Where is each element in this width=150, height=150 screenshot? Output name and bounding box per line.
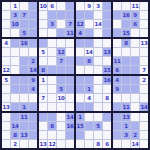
cell-r4c16[interactable] xyxy=(140,29,148,37)
cell-r11c10[interactable]: 4 xyxy=(85,94,93,102)
cell-r15c5[interactable] xyxy=(39,131,47,139)
cell-r11c12[interactable]: 8 xyxy=(103,94,111,102)
cell-r13c11[interactable] xyxy=(94,113,102,121)
cell-r13c10[interactable] xyxy=(85,113,93,121)
cell-r5c4[interactable] xyxy=(29,39,37,47)
cell-r6c2[interactable] xyxy=(11,48,19,56)
cell-r7c11[interactable] xyxy=(94,57,102,65)
cell-r4c10[interactable] xyxy=(85,29,93,37)
cell-r13c15[interactable] xyxy=(131,113,139,121)
cell-r15c13[interactable] xyxy=(113,131,121,139)
cell-r4c5[interactable] xyxy=(39,29,47,37)
cell-r14c12[interactable] xyxy=(103,122,111,130)
cell-r2c3[interactable]: 7 xyxy=(20,11,28,19)
cell-r5c7[interactable] xyxy=(57,39,65,47)
cell-r16c10[interactable] xyxy=(85,140,93,148)
cell-r1c6[interactable]: 6 xyxy=(48,2,56,10)
cell-r16c9[interactable] xyxy=(76,140,84,148)
cell-r8c15[interactable] xyxy=(131,66,139,74)
cell-r10c6[interactable] xyxy=(48,85,56,93)
cell-r10c4[interactable]: 4 xyxy=(29,85,37,93)
cell-r9c12[interactable]: 16 xyxy=(103,76,111,84)
cell-r9c6[interactable] xyxy=(48,76,56,84)
cell-r1c8[interactable] xyxy=(66,2,74,10)
cell-r14c4[interactable] xyxy=(29,122,37,130)
cell-r8c13[interactable]: 6 xyxy=(113,66,121,74)
cell-r14c3[interactable] xyxy=(20,122,28,130)
cell-r3c3[interactable] xyxy=(20,20,28,28)
box-divider-horizontal-3 xyxy=(2,111,148,113)
cell-r3c16[interactable] xyxy=(140,20,148,28)
cell-r13c16[interactable] xyxy=(140,113,148,121)
cell-r14c15[interactable] xyxy=(131,122,139,130)
cell-r3c1[interactable] xyxy=(2,20,10,28)
cell-r12c3[interactable]: 1 xyxy=(20,103,28,111)
cell-r6c6[interactable] xyxy=(48,48,56,56)
cell-r1c10[interactable]: 9 xyxy=(85,2,93,10)
cell-r4c14[interactable]: 15 xyxy=(122,29,130,37)
cell-r3c12[interactable] xyxy=(103,20,111,28)
cell-r11c14[interactable] xyxy=(122,94,130,102)
cell-r11c1[interactable] xyxy=(2,94,10,102)
cell-r13c2[interactable] xyxy=(11,113,19,121)
cell-r6c11[interactable] xyxy=(94,48,102,56)
cell-r12c15[interactable] xyxy=(131,103,139,111)
cell-r8c16[interactable]: 7 xyxy=(140,66,148,74)
cell-r3c4[interactable] xyxy=(29,20,37,28)
cell-r2c10[interactable] xyxy=(85,11,93,19)
cell-r15c7[interactable] xyxy=(57,131,65,139)
cell-r8c5[interactable]: 8 xyxy=(39,66,47,74)
cell-r13c3[interactable]: 11 xyxy=(20,113,28,121)
cell-r2c6[interactable] xyxy=(48,11,56,19)
cell-r15c6[interactable] xyxy=(48,131,56,139)
cell-r13c6[interactable] xyxy=(48,113,56,121)
cell-r14c8[interactable]: 16 xyxy=(66,122,74,130)
cell-r1c13[interactable] xyxy=(113,2,121,10)
cell-r2c15[interactable]: 9 xyxy=(131,11,139,19)
cell-r9c1[interactable]: 5 xyxy=(2,76,10,84)
cell-r6c5[interactable]: 5 xyxy=(39,48,47,56)
cell-r3c9[interactable]: 12 xyxy=(76,20,84,28)
cell-r4c3[interactable]: 5 xyxy=(20,29,28,37)
cell-r9c16[interactable]: 2 xyxy=(140,76,148,84)
cell-r10c5[interactable] xyxy=(39,85,47,93)
cell-r6c16[interactable] xyxy=(140,48,148,56)
cell-r13c7[interactable] xyxy=(57,113,65,121)
cell-r16c14[interactable] xyxy=(122,140,130,148)
cell-r15c16[interactable] xyxy=(140,131,148,139)
cell-r7c10[interactable]: 8 xyxy=(85,57,93,65)
cell-r11c9[interactable] xyxy=(76,94,84,102)
cell-r8c4[interactable]: 14 xyxy=(29,66,37,74)
cell-r12c14[interactable]: 11 xyxy=(122,103,130,111)
cell-r9c5[interactable]: 1 xyxy=(39,76,47,84)
cell-r9c2[interactable] xyxy=(11,76,19,84)
cell-r14c14[interactable]: 1 xyxy=(122,122,130,130)
cell-r11c5[interactable]: 7 xyxy=(39,94,47,102)
cell-r8c14[interactable] xyxy=(122,66,130,74)
cell-r16c15[interactable]: 14 xyxy=(131,140,139,148)
cell-r15c12[interactable] xyxy=(103,131,111,139)
cell-r13c8[interactable]: 14 xyxy=(66,113,74,121)
cell-r3c13[interactable] xyxy=(113,20,121,28)
cell-r5c10[interactable] xyxy=(85,39,93,47)
cell-r12c11[interactable] xyxy=(94,103,102,111)
cell-r7c6[interactable] xyxy=(48,57,56,65)
cell-r7c5[interactable] xyxy=(39,57,47,65)
cell-r2c4[interactable] xyxy=(29,11,37,19)
cell-r5c11[interactable] xyxy=(94,39,102,47)
cell-r1c4[interactable] xyxy=(29,2,37,10)
cell-r15c1[interactable] xyxy=(2,131,10,139)
cell-r2c16[interactable] xyxy=(140,11,148,19)
cell-r10c15[interactable] xyxy=(131,85,139,93)
cell-r8c3[interactable] xyxy=(20,66,28,74)
cell-r2c11[interactable] xyxy=(94,11,102,19)
cell-r11c4[interactable] xyxy=(29,94,37,102)
cell-r8c8[interactable] xyxy=(66,66,74,74)
cell-r9c15[interactable] xyxy=(131,76,139,84)
cell-r14c13[interactable] xyxy=(113,122,121,130)
cell-r13c4[interactable] xyxy=(29,113,37,121)
cell-r7c12[interactable] xyxy=(103,57,111,65)
cell-r6c14[interactable] xyxy=(122,48,130,56)
cell-r4c6[interactable] xyxy=(48,29,56,37)
cell-r2c9[interactable] xyxy=(76,11,84,19)
cell-r6c10[interactable]: 14 xyxy=(85,48,93,56)
cell-r11c7[interactable]: 10 xyxy=(57,94,65,102)
cell-r11c6[interactable] xyxy=(48,94,56,102)
cell-r4c8[interactable]: 11 xyxy=(66,29,74,37)
cell-r13c12[interactable] xyxy=(103,113,111,121)
cell-r1c1[interactable] xyxy=(2,2,10,10)
cell-r6c15[interactable] xyxy=(131,48,139,56)
cell-r3c6[interactable]: 3 xyxy=(48,20,56,28)
cell-r7c13[interactable]: 11 xyxy=(113,57,121,65)
cell-r10c2[interactable] xyxy=(11,85,19,93)
cell-r12c13[interactable] xyxy=(113,103,121,111)
cell-r12c10[interactable] xyxy=(85,103,93,111)
cell-r10c11[interactable] xyxy=(94,85,102,93)
cell-r6c1[interactable] xyxy=(2,48,10,56)
cell-r5c12[interactable] xyxy=(103,39,111,47)
cell-r4c9[interactable]: 4 xyxy=(76,29,84,37)
cell-r2c5[interactable] xyxy=(39,11,47,19)
cell-r6c13[interactable] xyxy=(113,48,121,56)
cell-r3c15[interactable]: 6 xyxy=(131,20,139,28)
cell-r12c8[interactable] xyxy=(66,103,74,111)
cell-r1c5[interactable]: 10 xyxy=(39,2,47,10)
cell-r10c9[interactable] xyxy=(76,85,84,93)
cell-r6c4[interactable] xyxy=(29,48,37,56)
cell-r10c3[interactable] xyxy=(20,85,28,93)
cell-r1c7[interactable] xyxy=(57,2,65,10)
cell-r5c3[interactable]: 16 xyxy=(20,39,28,47)
cell-r5c1[interactable]: 4 xyxy=(2,39,10,47)
cell-r5c16[interactable]: 13 xyxy=(140,39,148,47)
cell-r12c16[interactable]: 14 xyxy=(140,103,148,111)
cell-r4c12[interactable] xyxy=(103,29,111,37)
cell-r14c1[interactable] xyxy=(2,122,10,130)
cell-r9c10[interactable] xyxy=(85,76,93,84)
cell-r1c2[interactable]: 1 xyxy=(11,2,19,10)
cell-r5c5[interactable] xyxy=(39,39,47,47)
cell-r10c8[interactable] xyxy=(66,85,74,93)
cell-r1c9[interactable] xyxy=(76,2,84,10)
cell-r5c13[interactable] xyxy=(113,39,121,47)
sudoku-board: 1106931137169103712146511415416813512141… xyxy=(0,0,150,150)
cell-r7c7[interactable]: 7 xyxy=(57,57,65,65)
cell-r16c16[interactable] xyxy=(140,140,148,148)
cell-r11c8[interactable] xyxy=(66,94,74,102)
cell-r13c9[interactable]: 1 xyxy=(76,113,84,121)
cell-r7c8[interactable] xyxy=(66,57,74,65)
cell-r16c1[interactable] xyxy=(2,140,10,148)
cell-r7c16[interactable] xyxy=(140,57,148,65)
cell-r12c9[interactable] xyxy=(76,103,84,111)
cell-r15c3[interactable]: 13 xyxy=(20,131,28,139)
cell-r11c13[interactable] xyxy=(113,94,121,102)
cell-r16c3[interactable] xyxy=(20,140,28,148)
cell-r4c13[interactable] xyxy=(113,29,121,37)
cell-r5c6[interactable] xyxy=(48,39,56,47)
cell-r15c11[interactable] xyxy=(94,131,102,139)
cell-r14c2[interactable]: 14 xyxy=(11,122,19,130)
cell-r13c1[interactable] xyxy=(2,113,10,121)
cell-r15c8[interactable] xyxy=(66,131,74,139)
cell-r16c8[interactable] xyxy=(66,140,74,148)
cell-r1c12[interactable] xyxy=(103,2,111,10)
cell-r16c5[interactable]: 13 xyxy=(39,140,47,148)
cell-r15c2[interactable]: 8 xyxy=(11,131,19,139)
cell-r1c3[interactable] xyxy=(20,2,28,10)
cell-r9c9[interactable] xyxy=(76,76,84,84)
cell-r7c2[interactable] xyxy=(11,57,19,65)
cell-r16c6[interactable]: 12 xyxy=(48,140,56,148)
cell-r13c5[interactable] xyxy=(39,113,47,121)
cell-r11c3[interactable] xyxy=(20,94,28,102)
cell-r7c15[interactable] xyxy=(131,57,139,65)
cell-r10c12[interactable] xyxy=(103,85,111,93)
cell-r7c4[interactable]: 2 xyxy=(29,57,37,65)
cell-r9c7[interactable] xyxy=(57,76,65,84)
cell-r2c8[interactable] xyxy=(66,11,74,19)
cell-r8c11[interactable] xyxy=(94,66,102,74)
cell-r12c4[interactable] xyxy=(29,103,37,111)
cell-r14c7[interactable] xyxy=(57,122,65,130)
cell-r9c13[interactable]: 4 xyxy=(113,76,121,84)
cell-r9c4[interactable]: 9 xyxy=(29,76,37,84)
cell-r4c4[interactable] xyxy=(29,29,37,37)
cell-r7c3[interactable] xyxy=(20,57,28,65)
cell-r12c5[interactable] xyxy=(39,103,47,111)
cell-r5c9[interactable] xyxy=(76,39,84,47)
cell-r4c11[interactable] xyxy=(94,29,102,37)
cell-r8c7[interactable] xyxy=(57,66,65,74)
box-divider-horizontal-2 xyxy=(2,74,148,76)
cell-r15c15[interactable]: 2 xyxy=(131,131,139,139)
cell-r5c14[interactable]: 8 xyxy=(122,39,130,47)
cell-r16c11[interactable]: 8 xyxy=(94,140,102,148)
cell-r11c16[interactable] xyxy=(140,94,148,102)
cell-r7c1[interactable] xyxy=(2,57,10,65)
cell-r4c7[interactable] xyxy=(57,29,65,37)
cell-r3c5[interactable] xyxy=(39,20,47,28)
cell-r12c6[interactable] xyxy=(48,103,56,111)
cell-r9c8[interactable] xyxy=(66,76,74,84)
cell-r16c4[interactable] xyxy=(29,140,37,148)
cell-r8c10[interactable] xyxy=(85,66,93,74)
cell-r1c14[interactable] xyxy=(122,2,130,10)
cell-r2c14[interactable]: 16 xyxy=(122,11,130,19)
cell-r8c1[interactable]: 12 xyxy=(2,66,10,74)
cell-r7c9[interactable] xyxy=(76,57,84,65)
cell-r10c16[interactable] xyxy=(140,85,148,93)
cell-r1c15[interactable]: 11 xyxy=(131,2,139,10)
cell-r3c10[interactable] xyxy=(85,20,93,28)
cell-r8c2[interactable] xyxy=(11,66,19,74)
cell-r9c11[interactable] xyxy=(94,76,102,84)
cell-r14c6[interactable]: 8 xyxy=(48,122,56,130)
cell-r15c14[interactable]: 3 xyxy=(122,131,130,139)
cell-r9c3[interactable] xyxy=(20,76,28,84)
cell-r11c11[interactable] xyxy=(94,94,102,102)
cell-r15c10[interactable] xyxy=(85,131,93,139)
cell-r2c2[interactable]: 3 xyxy=(11,11,19,19)
cell-r10c14[interactable] xyxy=(122,85,130,93)
cell-r8c9[interactable] xyxy=(76,66,84,74)
cell-r10c7[interactable]: 5 xyxy=(57,85,65,93)
cell-r6c12[interactable]: 13 xyxy=(103,48,111,56)
cell-r4c15[interactable] xyxy=(131,29,139,37)
cell-r14c5[interactable] xyxy=(39,122,47,130)
cell-r14c9[interactable]: 15 xyxy=(76,122,84,130)
cell-r12c2[interactable] xyxy=(11,103,19,111)
cell-r10c10[interactable]: 1 xyxy=(85,85,93,93)
cell-r5c2[interactable] xyxy=(11,39,19,47)
cell-r2c12[interactable] xyxy=(103,11,111,19)
cell-r13c13[interactable] xyxy=(113,113,121,121)
cell-r2c7[interactable] xyxy=(57,11,65,19)
box-divider-horizontal-1 xyxy=(2,37,148,39)
cell-r5c15[interactable] xyxy=(131,39,139,47)
cell-r6c3[interactable] xyxy=(20,48,28,56)
cell-r15c4[interactable] xyxy=(29,131,37,139)
cell-r6c8[interactable] xyxy=(66,48,74,56)
cell-r9c14[interactable] xyxy=(122,76,130,84)
cell-r12c7[interactable] xyxy=(57,103,65,111)
cell-r16c13[interactable] xyxy=(113,140,121,148)
cell-r8c6[interactable] xyxy=(48,66,56,74)
cell-r12c1[interactable]: 13 xyxy=(2,103,10,111)
cell-r14c11[interactable]: 5 xyxy=(94,122,102,130)
cell-r3c14[interactable] xyxy=(122,20,130,28)
cell-r16c7[interactable] xyxy=(57,140,65,148)
cell-r3c2[interactable]: 10 xyxy=(11,20,19,28)
cell-r4c2[interactable] xyxy=(11,29,19,37)
cell-r3c11[interactable]: 14 xyxy=(94,20,102,28)
cell-r10c1[interactable] xyxy=(2,85,10,93)
cell-r6c7[interactable]: 12 xyxy=(57,48,65,56)
cell-r3c8[interactable]: 7 xyxy=(66,20,74,28)
cell-r16c2[interactable]: 2 xyxy=(11,140,19,148)
cell-r8c12[interactable]: 15 xyxy=(103,66,111,74)
cell-r11c2[interactable] xyxy=(11,94,19,102)
cell-r3c7[interactable] xyxy=(57,20,65,28)
cell-r6c9[interactable] xyxy=(76,48,84,56)
cell-r14c10[interactable] xyxy=(85,122,93,130)
cell-r1c11[interactable]: 3 xyxy=(94,2,102,10)
cell-r10c13[interactable]: 9 xyxy=(113,85,121,93)
cell-r4c1[interactable] xyxy=(2,29,10,37)
cell-r14c16[interactable] xyxy=(140,122,148,130)
cell-r11c15[interactable] xyxy=(131,94,139,102)
cell-r2c1[interactable] xyxy=(2,11,10,19)
cell-r15c9[interactable] xyxy=(76,131,84,139)
cell-r16c12[interactable]: 6 xyxy=(103,140,111,148)
cell-r2c13[interactable] xyxy=(113,11,121,19)
cell-r12c12[interactable] xyxy=(103,103,111,111)
cell-r13c14[interactable]: 13 xyxy=(122,113,130,121)
cell-r5c8[interactable] xyxy=(66,39,74,47)
cell-r7c14[interactable] xyxy=(122,57,130,65)
cell-r1c16[interactable] xyxy=(140,2,148,10)
